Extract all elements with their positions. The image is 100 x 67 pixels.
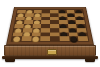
square-r8c4 bbox=[40, 36, 50, 40]
square-r8c5 bbox=[50, 36, 60, 40]
square-r8c3: ● bbox=[31, 36, 41, 40]
box-foot-right bbox=[85, 58, 95, 62]
brass-latch-icon bbox=[47, 49, 57, 55]
box-base bbox=[2, 56, 98, 60]
square-r8c6 bbox=[59, 36, 69, 40]
square-r8c8 bbox=[78, 36, 88, 40]
square-r8c2 bbox=[21, 36, 31, 40]
box-foot-left bbox=[5, 58, 15, 62]
box-front-panel bbox=[4, 45, 96, 56]
checkers-set-photo: ●●●●●●●●●●●●●●●●●●●●●●●● bbox=[0, 0, 100, 67]
checkers-board: ●●●●●●●●●●●●●●●●●●●●●●●● bbox=[6, 7, 94, 45]
board-squares-grid: ●●●●●●●●●●●●●●●●●●●●●●●● bbox=[11, 9, 90, 41]
